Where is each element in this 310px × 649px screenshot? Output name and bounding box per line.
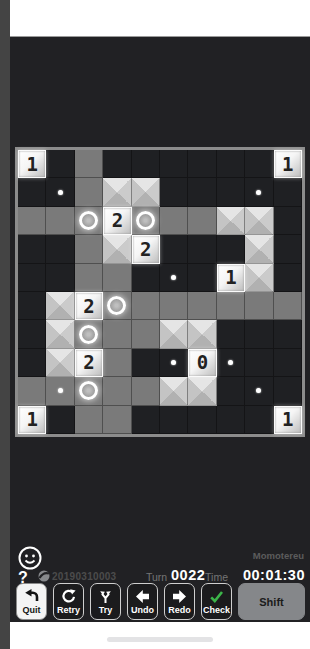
circle-marker xyxy=(79,381,98,400)
board-cell[interactable] xyxy=(217,235,245,263)
hud: ? 20190310003 Turn 0022 Momotereu Time 0… xyxy=(10,542,310,584)
board-cell[interactable] xyxy=(188,264,216,292)
board-cell[interactable] xyxy=(274,178,302,206)
board-cell[interactable] xyxy=(132,292,160,320)
bottom-bar xyxy=(10,622,310,649)
clue-cell[interactable]: 1 xyxy=(274,406,302,434)
board-cell[interactable] xyxy=(103,320,131,348)
circle-marker xyxy=(136,211,155,230)
toolbar: QuitRetryTryUndoRedoCheckShift xyxy=(16,583,305,620)
turn-counter: 0022 xyxy=(171,567,205,583)
undo-button[interactable]: Undo xyxy=(127,583,158,620)
board-cell[interactable] xyxy=(75,320,103,348)
board-cell[interactable] xyxy=(245,320,273,348)
board-cell[interactable] xyxy=(188,377,216,405)
board-cell[interactable] xyxy=(75,377,103,405)
board-cell[interactable] xyxy=(132,178,160,206)
board-cell[interactable] xyxy=(103,178,131,206)
board-cell[interactable] xyxy=(188,292,216,320)
board-cell[interactable] xyxy=(274,292,302,320)
retry-icon xyxy=(61,589,76,604)
board-cell[interactable] xyxy=(274,349,302,377)
board-cell[interactable] xyxy=(103,264,131,292)
board-grid: 1122122011 xyxy=(18,150,302,434)
board-cell[interactable] xyxy=(75,264,103,292)
clue-number: 1 xyxy=(26,155,37,174)
board-cell[interactable] xyxy=(188,235,216,263)
dot-marker xyxy=(58,388,63,393)
board-cell[interactable] xyxy=(245,235,273,263)
board-cell[interactable] xyxy=(160,320,188,348)
clue-cell[interactable]: 1 xyxy=(18,406,46,434)
board-cell[interactable] xyxy=(46,406,74,434)
board-cell[interactable] xyxy=(75,207,103,235)
board-cell[interactable] xyxy=(245,406,273,434)
quit-button[interactable]: Quit xyxy=(16,583,47,620)
home-indicator[interactable] xyxy=(107,637,213,642)
clue-cell[interactable]: 2 xyxy=(75,349,103,377)
circle-marker xyxy=(79,211,98,230)
time-label: Time xyxy=(205,571,228,583)
board-cell[interactable] xyxy=(18,264,46,292)
retry-button[interactable]: Retry xyxy=(53,583,84,620)
board-cell[interactable] xyxy=(46,320,74,348)
board-cell[interactable] xyxy=(274,377,302,405)
game-area: 1122122011 ? 20190310003 Turn 0022 Momot… xyxy=(10,37,310,622)
board-cell[interactable] xyxy=(160,406,188,434)
board-cell[interactable] xyxy=(103,349,131,377)
dot-marker xyxy=(171,275,176,280)
board-cell[interactable] xyxy=(245,150,273,178)
board-cell[interactable] xyxy=(274,235,302,263)
board-cell[interactable] xyxy=(46,349,74,377)
board-cell[interactable] xyxy=(245,349,273,377)
board-cell[interactable] xyxy=(18,320,46,348)
shift-button[interactable]: Shift xyxy=(238,583,305,620)
board-cell[interactable] xyxy=(18,349,46,377)
board-cell[interactable] xyxy=(75,406,103,434)
app-screen: 1122122011 ? 20190310003 Turn 0022 Momot… xyxy=(10,0,310,649)
dot-marker xyxy=(228,360,233,365)
quit-button-label: Quit xyxy=(23,605,41,615)
board-cell[interactable] xyxy=(103,292,131,320)
check-button-label: Check xyxy=(203,605,230,615)
board-cell[interactable] xyxy=(46,377,74,405)
board-cell[interactable] xyxy=(103,235,131,263)
board-cell[interactable] xyxy=(274,320,302,348)
board-cell[interactable] xyxy=(188,406,216,434)
board-cell[interactable] xyxy=(132,406,160,434)
clue-number: 1 xyxy=(225,268,236,287)
clue-number: 0 xyxy=(197,353,208,372)
back-arrow-icon xyxy=(24,589,39,604)
board-cell[interactable] xyxy=(132,207,160,235)
clue-number: 1 xyxy=(26,410,37,429)
board-cell[interactable] xyxy=(46,235,74,263)
board-cell[interactable] xyxy=(188,320,216,348)
board-cell[interactable] xyxy=(160,292,188,320)
circle-marker xyxy=(79,325,98,344)
puzzle-board: 1122122011 xyxy=(15,147,305,437)
board-cell[interactable] xyxy=(103,150,131,178)
clue-cell[interactable]: 2 xyxy=(103,207,131,235)
board-cell[interactable] xyxy=(274,207,302,235)
board-cell[interactable] xyxy=(18,207,46,235)
retry-button-label: Retry xyxy=(57,605,80,615)
board-cell[interactable] xyxy=(245,264,273,292)
board-cell[interactable] xyxy=(217,207,245,235)
board-cell[interactable] xyxy=(160,207,188,235)
board-cell[interactable] xyxy=(217,406,245,434)
board-cell[interactable] xyxy=(46,264,74,292)
board-cell[interactable] xyxy=(103,377,131,405)
board-cell[interactable] xyxy=(245,292,273,320)
clue-cell[interactable]: 1 xyxy=(18,150,46,178)
board-cell[interactable] xyxy=(217,150,245,178)
try-button-label: Try xyxy=(99,605,113,615)
status-bar xyxy=(10,0,310,37)
undo-button-label: Undo xyxy=(131,605,154,615)
dot-marker xyxy=(58,190,63,195)
board-cell[interactable] xyxy=(217,320,245,348)
circle-marker xyxy=(107,296,126,315)
board-cell[interactable] xyxy=(46,292,74,320)
board-cell[interactable] xyxy=(75,235,103,263)
player-name: Momotereu xyxy=(253,550,304,561)
board-cell[interactable] xyxy=(217,377,245,405)
board-cell[interactable] xyxy=(18,377,46,405)
shift-button-label: Shift xyxy=(259,596,283,608)
board-cell[interactable] xyxy=(160,377,188,405)
board-cell[interactable] xyxy=(132,264,160,292)
board-cell[interactable] xyxy=(18,292,46,320)
board-cell[interactable] xyxy=(188,178,216,206)
board-cell[interactable] xyxy=(160,178,188,206)
board-cell[interactable] xyxy=(274,264,302,292)
board-cell[interactable] xyxy=(217,349,245,377)
board-cell[interactable] xyxy=(245,178,273,206)
dot-marker xyxy=(256,190,261,195)
board-cell[interactable] xyxy=(132,150,160,178)
board-cell[interactable] xyxy=(188,150,216,178)
redo-button-label: Redo xyxy=(168,605,191,615)
board-cell[interactable] xyxy=(18,235,46,263)
board-cell[interactable] xyxy=(245,207,273,235)
board-cell[interactable] xyxy=(46,178,74,206)
board-cell[interactable] xyxy=(46,150,74,178)
try-button[interactable]: Try xyxy=(90,583,121,620)
clue-cell[interactable]: 2 xyxy=(132,235,160,263)
dot-marker xyxy=(171,360,176,365)
redo-button[interactable]: Redo xyxy=(164,583,195,620)
check-icon xyxy=(209,589,224,604)
board-cell[interactable] xyxy=(217,292,245,320)
board-cell[interactable] xyxy=(160,235,188,263)
clue-cell[interactable]: 1 xyxy=(217,264,245,292)
clue-cell[interactable]: 2 xyxy=(75,292,103,320)
clue-cell[interactable]: 0 xyxy=(188,349,216,377)
board-cell[interactable] xyxy=(160,349,188,377)
board-cell[interactable] xyxy=(132,377,160,405)
board-cell[interactable] xyxy=(75,178,103,206)
clue-number: 1 xyxy=(282,410,293,429)
clue-number: 2 xyxy=(112,211,123,230)
clue-number: 2 xyxy=(83,353,94,372)
board-cell[interactable] xyxy=(132,320,160,348)
board-cell[interactable] xyxy=(75,150,103,178)
board-cell[interactable] xyxy=(160,264,188,292)
board-cell[interactable] xyxy=(46,207,74,235)
branch-icon xyxy=(98,589,113,604)
clue-number: 2 xyxy=(140,240,151,259)
clue-cell[interactable]: 1 xyxy=(274,150,302,178)
board-cell[interactable] xyxy=(245,377,273,405)
board-cell[interactable] xyxy=(103,406,131,434)
puzzle-id-icon xyxy=(38,570,50,582)
board-cell[interactable] xyxy=(18,178,46,206)
board-cell[interactable] xyxy=(188,207,216,235)
dot-marker xyxy=(256,388,261,393)
arrow-right-icon xyxy=(172,589,187,604)
turn-label: Turn xyxy=(146,571,167,583)
board-cell[interactable] xyxy=(160,150,188,178)
clue-number: 1 xyxy=(282,155,293,174)
clue-number: 2 xyxy=(83,297,94,316)
board-cell[interactable] xyxy=(132,349,160,377)
board-cell[interactable] xyxy=(217,178,245,206)
check-button[interactable]: Check xyxy=(201,583,232,620)
arrow-left-icon xyxy=(135,589,150,604)
puzzle-id: 20190310003 xyxy=(52,571,116,582)
time-counter: 00:01:30 xyxy=(243,567,305,583)
